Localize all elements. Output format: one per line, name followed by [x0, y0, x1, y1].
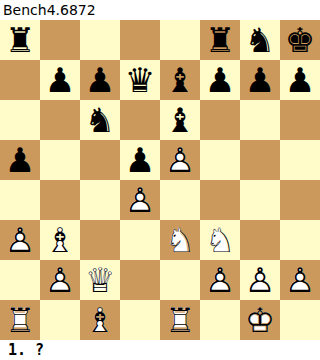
square-g2[interactable]: ♟♙: [240, 260, 280, 300]
square-c3[interactable]: [80, 220, 120, 260]
square-a3[interactable]: ♟♙: [0, 220, 40, 260]
square-f6[interactable]: [200, 100, 240, 140]
piece-white-bishop: ♗: [80, 300, 120, 340]
piece-black-pawn: ♟: [80, 60, 120, 100]
square-a6[interactable]: [0, 100, 40, 140]
piece-black-rook: ♜: [0, 20, 40, 60]
piece-white-queen-fill: ♛: [80, 260, 120, 300]
square-d1[interactable]: [120, 300, 160, 340]
square-g6[interactable]: [240, 100, 280, 140]
piece-black-pawn: ♟: [200, 60, 240, 100]
square-e4[interactable]: [160, 180, 200, 220]
piece-black-knight: ♞: [80, 100, 120, 140]
piece-white-pawn-fill: ♟: [120, 180, 160, 220]
square-g1[interactable]: ♚♔: [240, 300, 280, 340]
square-b3[interactable]: ♝♗: [40, 220, 80, 260]
square-d2[interactable]: [120, 260, 160, 300]
square-a7[interactable]: [0, 60, 40, 100]
piece-white-bishop-fill: ♝: [80, 300, 120, 340]
square-g7[interactable]: ♟: [240, 60, 280, 100]
square-d6[interactable]: [120, 100, 160, 140]
square-e8[interactable]: [160, 20, 200, 60]
square-d7[interactable]: ♛: [120, 60, 160, 100]
piece-black-pawn: ♟: [280, 60, 320, 100]
piece-black-bishop: ♝: [160, 60, 200, 100]
square-g3[interactable]: [240, 220, 280, 260]
square-h7[interactable]: ♟: [280, 60, 320, 100]
piece-white-pawn: ♙: [200, 260, 240, 300]
square-e3[interactable]: ♞♘: [160, 220, 200, 260]
piece-white-pawn-fill: ♟: [0, 220, 40, 260]
square-c7[interactable]: ♟: [80, 60, 120, 100]
square-g8[interactable]: ♞: [240, 20, 280, 60]
piece-white-pawn: ♙: [280, 260, 320, 300]
piece-black-queen: ♛: [120, 60, 160, 100]
square-b4[interactable]: [40, 180, 80, 220]
status-bar: 1. ?: [0, 340, 320, 360]
square-h2[interactable]: ♟♙: [280, 260, 320, 300]
square-d4[interactable]: ♟♙: [120, 180, 160, 220]
chess-board: ♜♜♞♚♟♟♛♝♟♟♟♞♝♟♟♟♙♟♙♟♙♝♗♞♘♞♘♟♙♛♕♟♙♟♙♟♙♜♖♝…: [0, 20, 320, 340]
square-d8[interactable]: [120, 20, 160, 60]
piece-white-rook: ♖: [0, 300, 40, 340]
piece-white-pawn: ♙: [160, 140, 200, 180]
square-c2[interactable]: ♛♕: [80, 260, 120, 300]
square-e2[interactable]: [160, 260, 200, 300]
square-f4[interactable]: [200, 180, 240, 220]
square-g4[interactable]: [240, 180, 280, 220]
square-b8[interactable]: [40, 20, 80, 60]
piece-white-rook-fill: ♜: [160, 300, 200, 340]
square-b5[interactable]: [40, 140, 80, 180]
piece-white-knight-fill: ♞: [160, 220, 200, 260]
piece-black-king: ♚: [280, 20, 320, 60]
square-e6[interactable]: ♝: [160, 100, 200, 140]
piece-white-king-fill: ♚: [240, 300, 280, 340]
square-a1[interactable]: ♜♖: [0, 300, 40, 340]
piece-black-knight: ♞: [240, 20, 280, 60]
square-c5[interactable]: [80, 140, 120, 180]
square-g5[interactable]: [240, 140, 280, 180]
square-b6[interactable]: [40, 100, 80, 140]
piece-black-bishop: ♝: [160, 100, 200, 140]
piece-white-knight: ♘: [200, 220, 240, 260]
square-c1[interactable]: ♝♗: [80, 300, 120, 340]
piece-white-knight-fill: ♞: [200, 220, 240, 260]
piece-white-pawn-fill: ♟: [40, 260, 80, 300]
piece-black-pawn: ♟: [240, 60, 280, 100]
square-d5[interactable]: ♟: [120, 140, 160, 180]
piece-white-pawn: ♙: [120, 180, 160, 220]
square-e1[interactable]: ♜♖: [160, 300, 200, 340]
square-f1[interactable]: [200, 300, 240, 340]
piece-white-pawn: ♙: [0, 220, 40, 260]
chess-app-window: Bench4.6872 ♜♜♞♚♟♟♛♝♟♟♟♞♝♟♟♟♙♟♙♟♙♝♗♞♘♞♘♟…: [0, 0, 320, 360]
piece-white-rook: ♖: [160, 300, 200, 340]
piece-white-pawn: ♙: [240, 260, 280, 300]
square-h1[interactable]: [280, 300, 320, 340]
piece-white-bishop-fill: ♝: [40, 220, 80, 260]
piece-black-rook: ♜: [200, 20, 240, 60]
square-c6[interactable]: ♞: [80, 100, 120, 140]
square-h6[interactable]: [280, 100, 320, 140]
piece-white-pawn-fill: ♟: [160, 140, 200, 180]
window-title: Bench4.6872: [3, 0, 96, 20]
square-h5[interactable]: [280, 140, 320, 180]
square-h4[interactable]: [280, 180, 320, 220]
piece-white-knight: ♘: [160, 220, 200, 260]
piece-white-pawn-fill: ♟: [200, 260, 240, 300]
piece-white-pawn-fill: ♟: [240, 260, 280, 300]
title-bar: Bench4.6872: [0, 0, 320, 20]
square-a4[interactable]: [0, 180, 40, 220]
square-b7[interactable]: ♟: [40, 60, 80, 100]
square-e7[interactable]: ♝: [160, 60, 200, 100]
square-h8[interactable]: ♚: [280, 20, 320, 60]
square-h3[interactable]: [280, 220, 320, 260]
square-d3[interactable]: [120, 220, 160, 260]
piece-black-pawn: ♟: [0, 140, 40, 180]
square-c8[interactable]: [80, 20, 120, 60]
square-b1[interactable]: [40, 300, 80, 340]
square-f8[interactable]: ♜: [200, 20, 240, 60]
piece-white-pawn: ♙: [40, 260, 80, 300]
square-a2[interactable]: [0, 260, 40, 300]
square-b2[interactable]: ♟♙: [40, 260, 80, 300]
square-f2[interactable]: ♟♙: [200, 260, 240, 300]
square-c4[interactable]: [80, 180, 120, 220]
square-e5[interactable]: ♟♙: [160, 140, 200, 180]
piece-white-pawn-fill: ♟: [280, 260, 320, 300]
square-a8[interactable]: ♜: [0, 20, 40, 60]
square-f3[interactable]: ♞♘: [200, 220, 240, 260]
piece-black-pawn: ♟: [120, 140, 160, 180]
piece-white-queen: ♕: [80, 260, 120, 300]
piece-white-rook-fill: ♜: [0, 300, 40, 340]
square-f5[interactable]: [200, 140, 240, 180]
piece-white-king: ♔: [240, 300, 280, 340]
square-a5[interactable]: ♟: [0, 140, 40, 180]
piece-black-pawn: ♟: [40, 60, 80, 100]
piece-white-bishop: ♗: [40, 220, 80, 260]
move-prompt: 1. ?: [8, 340, 44, 360]
square-f7[interactable]: ♟: [200, 60, 240, 100]
